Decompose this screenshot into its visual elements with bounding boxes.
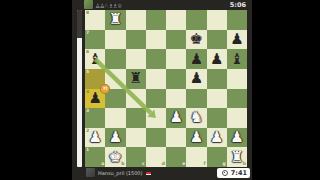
square-h2[interactable]: ♟ [227,128,247,148]
square-c6[interactable] [126,49,146,69]
top-player-avatar[interactable] [84,0,93,9]
bottom-player-rating: (1500) [126,170,143,176]
black-bishop-h6: ♝ [230,52,243,67]
square-d7[interactable] [146,30,166,50]
square-e6[interactable] [166,49,186,69]
file-label-a: a [101,162,104,167]
square-g6[interactable]: ♟ [207,49,227,69]
white-pawn-h2: ♟ [230,130,243,145]
square-a5[interactable]: 5 [85,69,105,89]
square-c5[interactable]: ♜ [126,69,146,89]
file-label-d: d [162,162,165,167]
square-a8[interactable]: 8 [85,10,105,30]
square-a3[interactable]: 3 [85,108,105,128]
square-h4[interactable] [227,89,247,109]
square-h7[interactable]: ♟ [227,30,247,50]
square-f1[interactable]: f [186,147,206,167]
square-f8[interactable] [186,10,206,30]
rank-label-2: 2 [86,129,89,134]
square-b5[interactable] [105,69,125,89]
clock-icon [222,170,228,176]
square-b3[interactable] [105,108,125,128]
square-g2[interactable]: ♟ [207,128,227,148]
white-rook-b8: ♜ [109,12,122,27]
square-d1[interactable]: d [146,147,166,167]
square-f7[interactable]: ♚ [186,30,206,50]
rank-label-4: 4 [86,90,89,95]
square-f5[interactable]: ♟ [186,69,206,89]
square-b4[interactable] [105,89,125,109]
square-g5[interactable] [207,69,227,89]
square-e1[interactable]: e [166,147,186,167]
rank-label-1: 1 [86,148,89,153]
square-d6[interactable] [146,49,166,69]
black-pawn-f6: ♟ [190,52,203,67]
square-h3[interactable] [227,108,247,128]
rank-label-7: 7 [86,31,89,36]
video-frame: ♙♙♘♗♗♕ 5:06 8♜7♚♟6♝♟♟♝5♜♟4♟3♟♞2♟♟♟♟♟1ab♚… [0,0,320,180]
black-pawn-h7: ♟ [230,32,243,47]
square-b2[interactable]: ♟ [105,128,125,148]
bottom-player-username: Hansu_pril [98,170,124,176]
white-king-b1: ♚ [109,150,122,165]
square-c4[interactable] [126,89,146,109]
square-c2[interactable] [126,128,146,148]
white-pawn-g2: ♟ [210,130,223,145]
square-c7[interactable] [126,30,146,50]
top-player-clock: 5:06 [230,1,246,9]
square-g3[interactable] [207,108,227,128]
file-label-f: f [204,162,206,167]
file-label-c: c [142,162,145,167]
square-d5[interactable] [146,69,166,89]
square-c8[interactable] [126,10,146,30]
rank-label-6: 6 [86,50,89,55]
square-e5[interactable] [166,69,186,89]
bottom-player-name: Hansu_pril (1500) [98,170,151,176]
top-player-bar: ♙♙♘♗♗♕ 5:06 [72,0,252,10]
square-e8[interactable] [166,10,186,30]
bottom-player-bar: Hansu_pril (1500) 7:41 [72,167,252,180]
white-rook-h1: ♜ [230,150,243,165]
top-player-captured-pieces: ♙♙♘♗♗♕ [95,2,121,9]
square-a4[interactable]: 4♟ [85,89,105,109]
evaluation-bar [77,10,82,167]
square-e7[interactable] [166,30,186,50]
bottom-player-avatar[interactable] [86,168,95,177]
file-label-b: b [121,162,124,167]
white-pawn-e3: ♟ [169,110,182,125]
chess-board: 8♜7♚♟6♝♟♟♝5♜♟4♟3♟♞2♟♟♟♟♟1ab♚cdefgh♜ [85,10,247,167]
square-h1[interactable]: h♜ [227,147,247,167]
square-d4[interactable] [146,89,166,109]
file-label-h: h [243,162,246,167]
black-pawn-f5: ♟ [190,71,203,86]
black-pawn-g6: ♟ [210,52,223,67]
file-label-g: g [223,162,226,167]
square-c3[interactable] [126,108,146,128]
white-knight-f3: ♞ [190,110,203,125]
square-b7[interactable] [105,30,125,50]
bottom-player-clock-value: 7:41 [231,169,247,177]
square-h8[interactable] [227,10,247,30]
black-pawn-a4: ♟ [88,91,101,106]
square-f2[interactable]: ♟ [186,128,206,148]
white-pawn-b2: ♟ [109,130,122,145]
square-g7[interactable] [207,30,227,50]
file-label-e: e [182,162,185,167]
country-flag-icon [146,172,151,176]
square-d8[interactable] [146,10,166,30]
black-bishop-a6: ♝ [88,52,101,67]
square-f6[interactable]: ♟ [186,49,206,69]
square-c1[interactable]: c [126,147,146,167]
square-h6[interactable]: ♝ [227,49,247,69]
black-rook-c5: ♜ [129,71,142,86]
white-pawn-a2: ♟ [88,130,101,145]
evaluation-bar-black-part [77,10,82,38]
rank-label-5: 5 [86,70,89,75]
square-a6[interactable]: 6♝ [85,49,105,69]
square-f4[interactable] [186,89,206,109]
square-a7[interactable]: 7 [85,30,105,50]
white-pawn-f2: ♟ [190,130,203,145]
chess-app-content: ♙♙♘♗♗♕ 5:06 8♜7♚♟6♝♟♟♝5♜♟4♟3♟♞2♟♟♟♟♟1ab♚… [72,0,252,180]
square-b8[interactable]: ♜ [105,10,125,30]
square-e4[interactable] [166,89,186,109]
square-g1[interactable]: g [207,147,227,167]
square-a2[interactable]: 2♟ [85,128,105,148]
square-d2[interactable] [146,128,166,148]
bottom-player-clock: 7:41 [217,168,250,178]
square-e2[interactable] [166,128,186,148]
square-d3[interactable] [146,108,166,128]
square-g8[interactable] [207,10,227,30]
square-f3[interactable]: ♞ [186,108,206,128]
black-king-f7: ♚ [190,32,203,47]
square-h5[interactable] [227,69,247,89]
square-b6[interactable] [105,49,125,69]
rank-label-8: 8 [86,11,89,16]
rank-label-3: 3 [86,109,89,114]
square-a1[interactable]: 1a [85,147,105,167]
square-e3[interactable]: ♟ [166,108,186,128]
square-b1[interactable]: b♚ [105,147,125,167]
square-g4[interactable] [207,89,227,109]
